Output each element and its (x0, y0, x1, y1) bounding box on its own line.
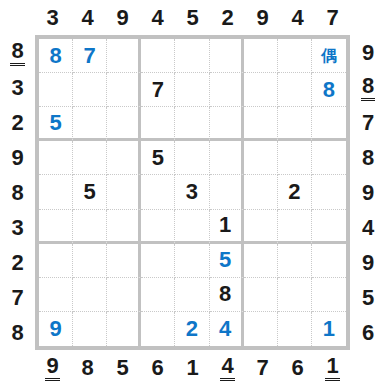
cell-r7c1[interactable] (39, 244, 73, 278)
clue-bottom-5: 1 (175, 350, 210, 386)
clue-value: 8 (11, 182, 23, 204)
cell-r8c7[interactable] (244, 278, 278, 312)
clue-right-8: 5 (350, 280, 386, 315)
cell-r3c9[interactable] (312, 107, 346, 141)
cell-r7c9[interactable] (312, 244, 346, 278)
cell-r1c4[interactable] (141, 39, 175, 73)
cell-r1c6[interactable] (210, 39, 244, 73)
cell-r2c8[interactable] (278, 73, 312, 107)
clue-value: 9 (256, 7, 268, 29)
clue-value: 8 (81, 357, 93, 379)
puzzle-page: 349452947 832983278 987894956 985614761 … (0, 0, 386, 386)
clue-left-3: 2 (0, 105, 35, 140)
clue-value: 5 (362, 287, 374, 309)
clue-value: 2 (11, 112, 23, 134)
clues-top: 349452947 (35, 0, 350, 35)
clue-left-8: 7 (0, 280, 35, 315)
cell-r8c3[interactable] (107, 278, 141, 312)
cell-r6c6[interactable]: 1 (210, 210, 244, 244)
cell-r6c5[interactable] (175, 210, 209, 244)
clue-value: 5 (116, 357, 128, 379)
clue-top-9: 7 (315, 0, 350, 35)
clue-value: 3 (46, 7, 58, 29)
cell-r7c8[interactable] (278, 244, 312, 278)
cell-r2c4[interactable]: 7 (141, 73, 175, 107)
cell-r6c4[interactable] (141, 210, 175, 244)
clue-right-5: 9 (350, 175, 386, 210)
clue-right-2: 8 (350, 70, 386, 105)
cell-r3c1[interactable]: 5 (39, 107, 73, 141)
cell-r2c7[interactable] (244, 73, 278, 107)
clue-value: 7 (11, 287, 23, 309)
cell-r7c2[interactable] (73, 244, 107, 278)
cell-r8c6[interactable]: 8 (210, 278, 244, 312)
clue-bottom-8: 6 (280, 350, 315, 386)
sudoku-board: 87偶78555321589241 (35, 35, 350, 350)
cell-r3c4[interactable] (141, 107, 175, 141)
cell-r2c5[interactable] (175, 73, 209, 107)
clue-value: 4 (151, 7, 163, 29)
cell-r2c2[interactable] (73, 73, 107, 107)
cell-r4c8[interactable] (278, 141, 312, 175)
clue-top-6: 2 (210, 0, 245, 35)
clue-left-4: 9 (0, 140, 35, 175)
cell-r5c9[interactable] (312, 175, 346, 209)
clue-value: 7 (362, 112, 374, 134)
clue-value: 9 (362, 252, 374, 274)
cell-r4c7[interactable] (244, 141, 278, 175)
clue-value: 9 (45, 355, 59, 381)
cell-r8c5[interactable] (175, 278, 209, 312)
clue-value: 1 (325, 355, 339, 381)
clue-bottom-6: 4 (210, 350, 245, 386)
clue-value: 6 (362, 322, 374, 344)
clue-top-2: 4 (70, 0, 105, 35)
clue-bottom-7: 7 (245, 350, 280, 386)
clue-value: 8 (361, 75, 375, 101)
cell-r4c2[interactable] (73, 141, 107, 175)
cell-r6c2[interactable] (73, 210, 107, 244)
cell-r4c5[interactable] (175, 141, 209, 175)
cell-r3c2[interactable] (73, 107, 107, 141)
clue-value: 8 (362, 147, 374, 169)
cell-r1c3[interactable] (107, 39, 141, 73)
clue-right-4: 8 (350, 140, 386, 175)
cell-r9c8[interactable] (278, 312, 312, 346)
clue-bottom-9: 1 (315, 350, 350, 386)
cell-r6c9[interactable] (312, 210, 346, 244)
clue-left-2: 3 (0, 70, 35, 105)
cell-r1c7[interactable] (244, 39, 278, 73)
clue-top-5: 5 (175, 0, 210, 35)
cell-r9c7[interactable] (244, 312, 278, 346)
cell-r9c9[interactable]: 1 (312, 312, 346, 346)
cell-r8c2[interactable] (73, 278, 107, 312)
cell-r1c9[interactable]: 偶 (312, 39, 346, 73)
cell-r2c1[interactable] (39, 73, 73, 107)
cell-r2c6[interactable] (210, 73, 244, 107)
cell-r3c5[interactable] (175, 107, 209, 141)
cell-r5c8[interactable]: 2 (278, 175, 312, 209)
clue-value: 6 (151, 357, 163, 379)
clue-left-6: 3 (0, 210, 35, 245)
cell-r5c6[interactable] (210, 175, 244, 209)
cell-r4c3[interactable] (107, 141, 141, 175)
clues-bottom: 985614761 (35, 350, 350, 386)
cell-r4c9[interactable] (312, 141, 346, 175)
clue-value: 8 (10, 40, 24, 66)
cell-r9c1[interactable]: 9 (39, 312, 73, 346)
clue-bottom-1: 9 (35, 350, 70, 386)
cell-r1c1[interactable]: 8 (39, 39, 73, 73)
cell-r6c3[interactable] (107, 210, 141, 244)
clue-value: 9 (116, 7, 128, 29)
cell-r6c8[interactable] (278, 210, 312, 244)
cell-r7c7[interactable] (244, 244, 278, 278)
cell-r5c5[interactable]: 3 (175, 175, 209, 209)
cell-r4c1[interactable] (39, 141, 73, 175)
cell-r7c3[interactable] (107, 244, 141, 278)
clue-value: 5 (186, 7, 198, 29)
cell-r8c1[interactable] (39, 278, 73, 312)
clue-value: 2 (11, 252, 23, 274)
clue-value: 7 (256, 357, 268, 379)
cell-r1c8[interactable] (278, 39, 312, 73)
clue-bottom-4: 6 (140, 350, 175, 386)
cell-r9c3[interactable] (107, 312, 141, 346)
cell-r9c2[interactable] (73, 312, 107, 346)
clue-value: 9 (11, 147, 23, 169)
cell-r2c3[interactable] (107, 73, 141, 107)
cell-r8c9[interactable] (312, 278, 346, 312)
cell-r2c9[interactable]: 8 (312, 73, 346, 107)
clues-right: 987894956 (350, 35, 386, 350)
clue-right-3: 7 (350, 105, 386, 140)
clue-value: 4 (362, 217, 374, 239)
cell-r8c4[interactable] (141, 278, 175, 312)
cell-r4c4[interactable]: 5 (141, 141, 175, 175)
clue-left-9: 8 (0, 315, 35, 350)
clue-top-1: 3 (35, 0, 70, 35)
clue-value: 3 (11, 217, 23, 239)
clue-value: 6 (291, 357, 303, 379)
cell-r5c2[interactable]: 5 (73, 175, 107, 209)
cell-r3c3[interactable] (107, 107, 141, 141)
cell-r3c6[interactable] (210, 107, 244, 141)
clue-value: 1 (186, 357, 198, 379)
clue-left-5: 8 (0, 175, 35, 210)
clues-left: 832983278 (0, 35, 35, 350)
cell-r9c5[interactable]: 2 (175, 312, 209, 346)
clue-value: 2 (221, 7, 233, 29)
clue-right-7: 9 (350, 245, 386, 280)
clue-value: 4 (81, 7, 93, 29)
clue-top-3: 9 (105, 0, 140, 35)
cell-r1c2[interactable]: 7 (73, 39, 107, 73)
clue-bottom-2: 8 (70, 350, 105, 386)
clue-left-1: 8 (0, 35, 35, 70)
clue-top-7: 9 (245, 0, 280, 35)
cell-r5c4[interactable] (141, 175, 175, 209)
clue-right-6: 4 (350, 210, 386, 245)
cell-r7c5[interactable] (175, 244, 209, 278)
clue-left-7: 2 (0, 245, 35, 280)
cell-r6c1[interactable] (39, 210, 73, 244)
cell-r7c4[interactable] (141, 244, 175, 278)
clue-value: 4 (220, 355, 234, 381)
clue-value: 8 (11, 322, 23, 344)
clue-top-4: 4 (140, 0, 175, 35)
cell-r6c7[interactable] (244, 210, 278, 244)
cell-r9c4[interactable] (141, 312, 175, 346)
clue-value: 4 (291, 7, 303, 29)
clue-value: 3 (11, 77, 23, 99)
cell-r1c5[interactable] (175, 39, 209, 73)
cell-r3c8[interactable] (278, 107, 312, 141)
cell-r3c7[interactable] (244, 107, 278, 141)
cell-r9c6[interactable]: 4 (210, 312, 244, 346)
clue-value: 9 (362, 182, 374, 204)
clue-right-9: 6 (350, 315, 386, 350)
cell-r7c6[interactable]: 5 (210, 244, 244, 278)
clue-bottom-3: 5 (105, 350, 140, 386)
clue-value: 7 (326, 7, 338, 29)
cell-r5c1[interactable] (39, 175, 73, 209)
cell-r8c8[interactable] (278, 278, 312, 312)
clue-right-1: 9 (350, 35, 386, 70)
cell-r5c3[interactable] (107, 175, 141, 209)
cell-r5c7[interactable] (244, 175, 278, 209)
clue-top-8: 4 (280, 0, 315, 35)
clue-value: 9 (362, 42, 374, 64)
cell-r4c6[interactable] (210, 141, 244, 175)
